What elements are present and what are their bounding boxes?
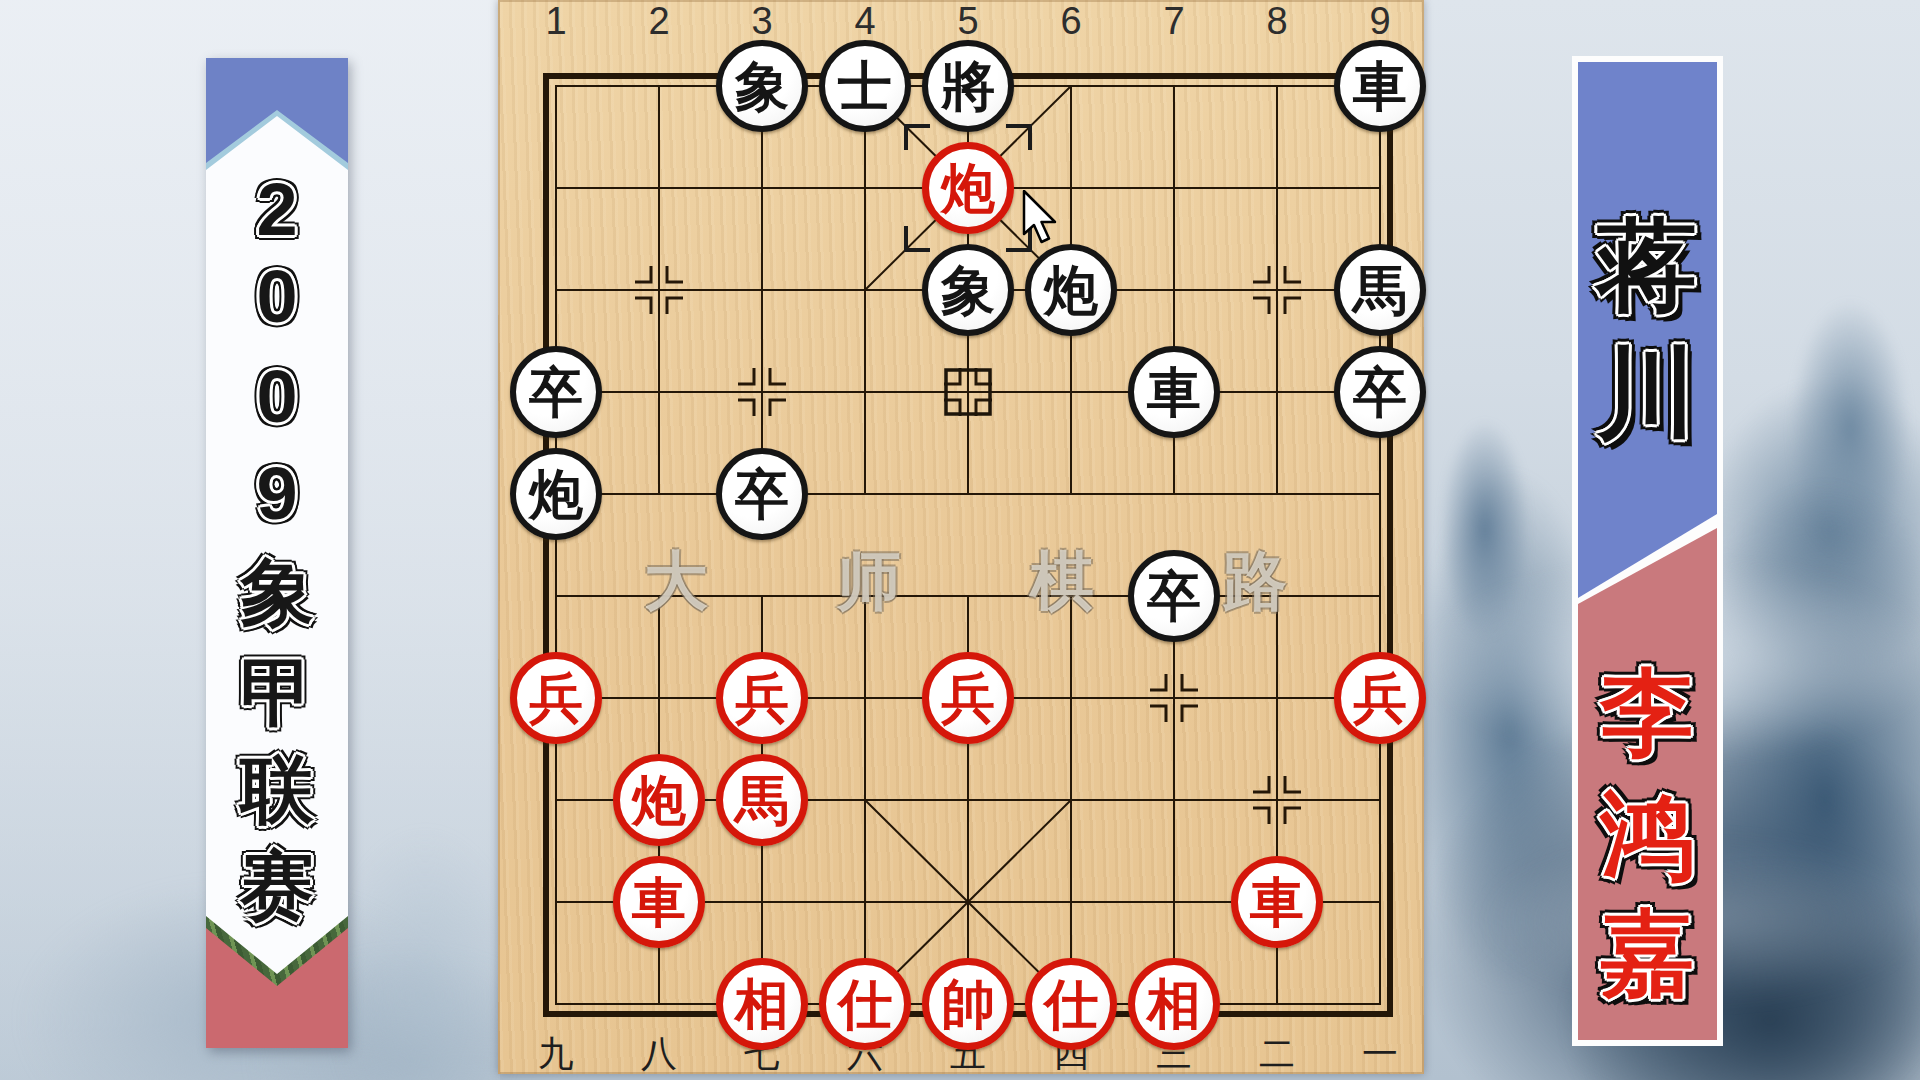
file-label-1: 1 <box>526 0 586 43</box>
event-banner-char: 9 <box>206 457 348 531</box>
player-name-char: 鸿 <box>1567 774 1727 901</box>
piece-char: 炮 <box>529 468 583 522</box>
piece-red-elephant[interactable]: 相 <box>1128 958 1220 1050</box>
piece-black-general[interactable]: 將 <box>922 40 1014 132</box>
piece-red-advisor[interactable]: 仕 <box>1025 958 1117 1050</box>
piece-char: 兵 <box>735 672 789 726</box>
piece-char: 炮 <box>632 774 686 828</box>
event-banner: 2009象甲联赛 <box>206 58 348 1048</box>
player-name-char: 蒋 <box>1567 200 1727 335</box>
piece-black-soldier[interactable]: 卒 <box>1128 550 1220 642</box>
piece-black-cannon[interactable]: 炮 <box>510 448 602 540</box>
piece-char: 卒 <box>1147 570 1201 624</box>
piece-red-chariot[interactable]: 車 <box>1231 856 1323 948</box>
piece-black-chariot[interactable]: 車 <box>1128 346 1220 438</box>
file-label-一: 一 <box>1350 1030 1410 1079</box>
piece-red-general[interactable]: 帥 <box>922 958 1014 1050</box>
piece-char: 兵 <box>941 672 995 726</box>
piece-char: 卒 <box>735 468 789 522</box>
player-name-char: 川 <box>1567 328 1727 463</box>
piece-black-chariot[interactable]: 車 <box>1334 40 1426 132</box>
piece-char: 仕 <box>838 978 892 1032</box>
event-banner-char: 联 <box>206 753 348 827</box>
file-label-4: 4 <box>835 0 895 43</box>
screenshot-stage: 123456789 九八七六五四三二一 大师棋路 象士將車炮象炮馬卒車卒炮卒卒兵… <box>0 0 1920 1080</box>
piece-black-elephant[interactable]: 象 <box>716 40 808 132</box>
event-banner-char: 甲 <box>206 656 348 730</box>
piece-red-soldier[interactable]: 兵 <box>922 652 1014 744</box>
piece-char: 將 <box>941 60 995 114</box>
piece-char: 仕 <box>1044 978 1098 1032</box>
file-label-6: 6 <box>1041 0 1101 43</box>
piece-char: 帥 <box>941 978 995 1032</box>
file-label-二: 二 <box>1247 1030 1307 1079</box>
event-banner-char: 2 <box>206 173 348 247</box>
file-label-3: 3 <box>732 0 792 43</box>
event-banner-char: 象 <box>206 556 348 630</box>
file-label-8: 8 <box>1247 0 1307 43</box>
piece-char: 車 <box>1147 366 1201 420</box>
event-banner-char: 0 <box>206 360 348 434</box>
piece-black-horse[interactable]: 馬 <box>1334 244 1426 336</box>
file-label-八: 八 <box>629 1030 689 1079</box>
piece-char: 相 <box>735 978 789 1032</box>
piece-char: 士 <box>838 60 892 114</box>
watermark-char: 路 <box>1215 538 1295 625</box>
player-name-char: 嘉 <box>1567 891 1727 1018</box>
piece-char: 兵 <box>529 672 583 726</box>
piece-char: 炮 <box>1044 264 1098 318</box>
piece-red-cannon[interactable]: 炮 <box>922 142 1014 234</box>
file-label-5: 5 <box>938 0 998 43</box>
file-label-9: 9 <box>1350 0 1410 43</box>
piece-char: 相 <box>1147 978 1201 1032</box>
piece-black-advisor[interactable]: 士 <box>819 40 911 132</box>
piece-red-chariot[interactable]: 車 <box>613 856 705 948</box>
watermark-char: 大 <box>636 538 716 625</box>
piece-red-advisor[interactable]: 仕 <box>819 958 911 1050</box>
file-label-2: 2 <box>629 0 689 43</box>
piece-black-cannon[interactable]: 炮 <box>1025 244 1117 336</box>
piece-char: 車 <box>1250 876 1304 930</box>
piece-black-soldier[interactable]: 卒 <box>1334 346 1426 438</box>
piece-red-horse[interactable]: 馬 <box>716 754 808 846</box>
piece-red-soldier[interactable]: 兵 <box>716 652 808 744</box>
piece-red-cannon[interactable]: 炮 <box>613 754 705 846</box>
piece-red-soldier[interactable]: 兵 <box>1334 652 1426 744</box>
piece-char: 馬 <box>1353 264 1407 318</box>
player-name-char: 李 <box>1567 650 1727 777</box>
watermark-char: 棋 <box>1022 538 1102 625</box>
piece-char: 車 <box>1353 60 1407 114</box>
piece-char: 炮 <box>941 162 995 216</box>
piece-char: 兵 <box>1353 672 1407 726</box>
file-label-7: 7 <box>1144 0 1204 43</box>
piece-black-soldier[interactable]: 卒 <box>716 448 808 540</box>
xiangqi-board[interactable]: 123456789 九八七六五四三二一 大师棋路 象士將車炮象炮馬卒車卒炮卒卒兵… <box>498 0 1424 1074</box>
watermark-char: 师 <box>829 538 909 625</box>
piece-black-elephant[interactable]: 象 <box>922 244 1014 336</box>
piece-red-elephant[interactable]: 相 <box>716 958 808 1050</box>
piece-char: 馬 <box>735 774 789 828</box>
piece-black-soldier[interactable]: 卒 <box>510 346 602 438</box>
piece-char: 象 <box>735 60 789 114</box>
piece-char: 卒 <box>529 366 583 420</box>
piece-char: 卒 <box>1353 366 1407 420</box>
event-banner-char: 0 <box>206 260 348 334</box>
file-label-九: 九 <box>526 1030 586 1079</box>
event-banner-char: 赛 <box>206 849 348 923</box>
piece-red-soldier[interactable]: 兵 <box>510 652 602 744</box>
piece-char: 象 <box>941 264 995 318</box>
piece-char: 車 <box>632 876 686 930</box>
